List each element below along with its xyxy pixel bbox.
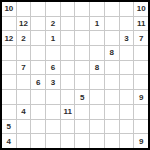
cell-r6-c5[interactable] xyxy=(61,75,75,89)
cell-r1-c6[interactable] xyxy=(75,2,89,16)
cell-r9-c5[interactable] xyxy=(61,120,75,134)
cell-r3-c9-clue[interactable]: 3 xyxy=(120,31,134,45)
cell-r6-c6[interactable] xyxy=(75,75,89,89)
cell-r10-c5[interactable] xyxy=(61,134,75,148)
cell-r7-c2[interactable] xyxy=(17,90,31,104)
cell-r9-c3[interactable] xyxy=(31,120,45,134)
cell-r9-c6[interactable] xyxy=(75,120,89,134)
cell-r3-c8[interactable] xyxy=(105,31,119,45)
cell-r8-c4[interactable] xyxy=(46,105,60,119)
cell-r8-c9[interactable] xyxy=(120,105,134,119)
cell-r5-c5[interactable] xyxy=(61,61,75,75)
cell-r2-c1[interactable] xyxy=(2,17,16,31)
cell-r4-c3[interactable] xyxy=(31,46,45,60)
cell-r9-c4[interactable] xyxy=(46,120,60,134)
cell-r6-c1[interactable] xyxy=(2,75,16,89)
cell-r1-c3[interactable] xyxy=(31,2,45,16)
cell-r7-c6-clue[interactable]: 5 xyxy=(75,90,89,104)
cell-r4-c1[interactable] xyxy=(2,46,16,60)
cell-r3-c7[interactable] xyxy=(90,31,104,45)
cell-r5-c4-clue[interactable]: 6 xyxy=(46,61,60,75)
cell-r5-c10[interactable] xyxy=(134,61,148,75)
cell-r9-c7[interactable] xyxy=(90,120,104,134)
cell-r1-c8[interactable] xyxy=(105,2,119,16)
cell-r10-c1-clue[interactable]: 4 xyxy=(2,134,16,148)
cell-r8-c7[interactable] xyxy=(90,105,104,119)
cell-r8-c3[interactable] xyxy=(31,105,45,119)
cell-r5-c6[interactable] xyxy=(75,61,89,75)
cell-r3-c5[interactable] xyxy=(61,31,75,45)
cell-r6-c7[interactable] xyxy=(90,75,104,89)
cell-r4-c10[interactable] xyxy=(134,46,148,60)
cell-r1-c7[interactable] xyxy=(90,2,104,16)
cell-r5-c1[interactable] xyxy=(2,61,16,75)
cell-r8-c8[interactable] xyxy=(105,105,119,119)
cell-r8-c6[interactable] xyxy=(75,105,89,119)
cell-r10-c8[interactable] xyxy=(105,134,119,148)
cell-r5-c2-clue[interactable]: 7 xyxy=(17,61,31,75)
cell-r7-c4[interactable] xyxy=(46,90,60,104)
cell-r6-c2[interactable] xyxy=(17,75,31,89)
cell-r8-c2-clue[interactable]: 4 xyxy=(17,105,31,119)
cell-r2-c6[interactable] xyxy=(75,17,89,31)
cell-r2-c5[interactable] xyxy=(61,17,75,31)
cell-r7-c10-clue[interactable]: 9 xyxy=(134,90,148,104)
cell-r1-c9[interactable] xyxy=(120,2,134,16)
cell-r8-c5-clue[interactable]: 11 xyxy=(61,105,75,119)
cell-r10-c6[interactable] xyxy=(75,134,89,148)
cell-r2-c7-clue[interactable]: 1 xyxy=(90,17,104,31)
cell-r4-c9[interactable] xyxy=(120,46,134,60)
cell-r1-c2[interactable] xyxy=(17,2,31,16)
cell-r3-c6[interactable] xyxy=(75,31,89,45)
cell-r5-c8[interactable] xyxy=(105,61,119,75)
cell-r3-c4-clue[interactable]: 1 xyxy=(46,31,60,45)
cell-r1-c1-clue[interactable]: 10 xyxy=(2,2,16,16)
cell-r2-c3[interactable] xyxy=(31,17,45,31)
cell-r10-c10-clue[interactable]: 9 xyxy=(134,134,148,148)
cell-r9-c10[interactable] xyxy=(134,120,148,134)
cell-r5-c3[interactable] xyxy=(31,61,45,75)
cell-r3-c1-clue[interactable]: 12 xyxy=(2,31,16,45)
cell-r7-c3[interactable] xyxy=(31,90,45,104)
cell-r8-c1[interactable] xyxy=(2,105,16,119)
puzzle-board: 101012211112213787686359411549 xyxy=(0,0,150,150)
cell-r10-c3[interactable] xyxy=(31,134,45,148)
cell-r4-c6[interactable] xyxy=(75,46,89,60)
cell-r10-c7[interactable] xyxy=(90,134,104,148)
cell-r3-c10-clue[interactable]: 7 xyxy=(134,31,148,45)
cell-r1-c4[interactable] xyxy=(46,2,60,16)
cell-r1-c10-clue[interactable]: 10 xyxy=(134,2,148,16)
cell-r8-c10[interactable] xyxy=(134,105,148,119)
cell-r2-c2-clue[interactable]: 12 xyxy=(17,17,31,31)
cell-r9-c9[interactable] xyxy=(120,120,134,134)
cell-r5-c7-clue[interactable]: 8 xyxy=(90,61,104,75)
cell-r1-c5[interactable] xyxy=(61,2,75,16)
cell-r9-c2[interactable] xyxy=(17,120,31,134)
cell-r4-c7[interactable] xyxy=(90,46,104,60)
cell-r10-c4[interactable] xyxy=(46,134,60,148)
cell-r2-c8[interactable] xyxy=(105,17,119,31)
cell-r10-c9[interactable] xyxy=(120,134,134,148)
cell-r2-c4-clue[interactable]: 2 xyxy=(46,17,60,31)
cell-r3-c3[interactable] xyxy=(31,31,45,45)
cell-r4-c2[interactable] xyxy=(17,46,31,60)
cell-r9-c1-clue[interactable]: 5 xyxy=(2,120,16,134)
cell-r9-c8[interactable] xyxy=(105,120,119,134)
cell-r7-c8[interactable] xyxy=(105,90,119,104)
cell-r7-c7[interactable] xyxy=(90,90,104,104)
cell-r4-c8-clue[interactable]: 8 xyxy=(105,46,119,60)
cell-r7-c5[interactable] xyxy=(61,90,75,104)
cell-r6-c8[interactable] xyxy=(105,75,119,89)
cell-r2-c9[interactable] xyxy=(120,17,134,31)
cell-r6-c10[interactable] xyxy=(134,75,148,89)
cell-r2-c10-clue[interactable]: 11 xyxy=(134,17,148,31)
cell-r6-c3-clue[interactable]: 6 xyxy=(31,75,45,89)
cell-r7-c9[interactable] xyxy=(120,90,134,104)
cell-r3-c2-clue[interactable]: 2 xyxy=(17,31,31,45)
cell-r7-c1[interactable] xyxy=(2,90,16,104)
cell-r5-c9[interactable] xyxy=(120,61,134,75)
cell-r4-c4[interactable] xyxy=(46,46,60,60)
cell-r6-c4-clue[interactable]: 3 xyxy=(46,75,60,89)
cell-r4-c5[interactable] xyxy=(61,46,75,60)
cell-r6-c9[interactable] xyxy=(120,75,134,89)
cell-r10-c2[interactable] xyxy=(17,134,31,148)
